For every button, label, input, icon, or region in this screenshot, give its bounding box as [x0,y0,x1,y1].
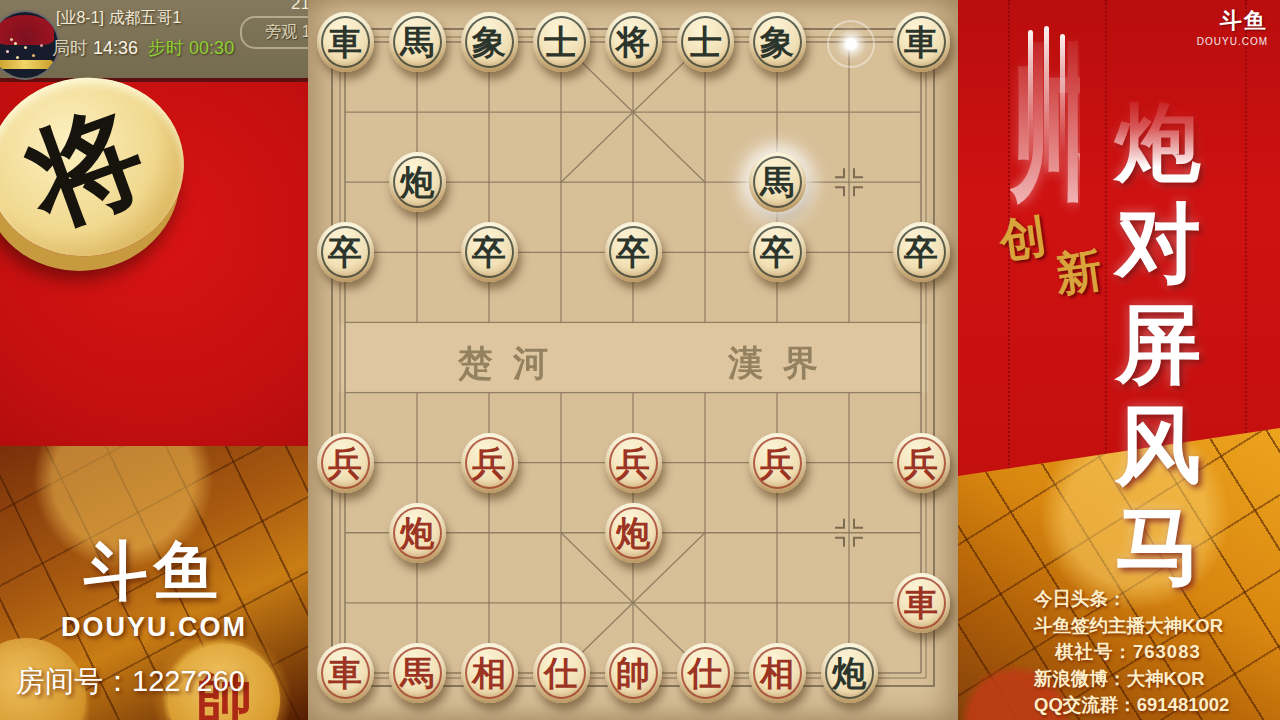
right-panel: 帅 创 新 炮 对 屏 风 马 斗鱼 DOUYU.COM 今日头条： 斗鱼签约主… [958,0,1280,720]
black-piece-車-i0[interactable]: 車 [893,12,950,72]
red-piece-車-i8[interactable]: 車 [893,573,950,633]
red-piece-炮-b7[interactable]: 炮 [389,503,446,563]
clock-line: 局时 14:36 步时 00:30 [52,36,234,60]
room-number: 房间号：1227260 [16,662,245,702]
red-piece-仕-f9[interactable]: 仕 [677,643,734,703]
black-piece-士-f0[interactable]: 士 [677,12,734,72]
red-piece-相-c9[interactable]: 相 [461,643,518,703]
black-piece-卒-g3[interactable]: 卒 [749,222,806,282]
xiangqi-board[interactable]: 楚河 漢界 車馬象士将士象車炮馬卒卒卒卒卒兵兵兵兵兵炮炮車車馬相仕帥仕相炮 [308,0,958,720]
shuai-ornament-char: 帅 [1010,14,1080,373]
river-label-right: 漢界 [728,340,838,387]
title-char: 对 [1110,193,1206,294]
red-piece-馬-b9[interactable]: 馬 [389,643,446,703]
board-grid [308,0,958,720]
game-time-label: 局时 [52,38,88,58]
title-char: 马 [1110,496,1206,597]
stream-title-vertical: 炮 对 屏 风 马 [1110,92,1206,597]
red-piece-兵-a6[interactable]: 兵 [317,433,374,493]
black-piece-将-e0[interactable]: 将 [605,12,662,72]
river-label-left: 楚河 [458,340,568,387]
general-piece-char: 将 [14,95,158,239]
info-line: 新浪微博：大神KOR [1034,666,1229,693]
black-piece-車-a0[interactable]: 車 [317,12,374,72]
douyu-brand-cn: 斗鱼 [0,528,308,615]
game-time-value: 14:36 [93,38,138,58]
left-panel: 将 帥 斗鱼 DOUYU.COM 房间号：1227260 [业8-1] 成都五哥… [0,0,308,720]
black-piece-卒-e3[interactable]: 卒 [605,222,662,282]
red-piece-兵-i6[interactable]: 兵 [893,433,950,493]
black-piece-士-d0[interactable]: 士 [533,12,590,72]
red-piece-兵-g6[interactable]: 兵 [749,433,806,493]
slogan-char-xin: 新 [1052,239,1106,307]
black-piece-馬-b0[interactable]: 馬 [389,12,446,72]
red-piece-車-a9[interactable]: 車 [317,643,374,703]
douyu-brand-en: DOUYU.COM [0,612,308,643]
red-piece-帥-e9[interactable]: 帥 [605,643,662,703]
black-piece-象-c0[interactable]: 象 [461,12,518,72]
title-char: 炮 [1110,92,1206,193]
title-char: 屏 [1110,294,1206,395]
info-line: 斗鱼签约主播大神KOR [1034,613,1229,640]
stream-frame: 将 帥 斗鱼 DOUYU.COM 房间号：1227260 [业8-1] 成都五哥… [0,0,1280,720]
black-piece-炮-b2[interactable]: 炮 [389,152,446,212]
player-name: [业8-1] 成都五哥1 [56,8,181,29]
info-line: 棋社号：763083 [1034,639,1229,666]
black-piece-象-g0[interactable]: 象 [749,12,806,72]
red-piece-兵-e6[interactable]: 兵 [605,433,662,493]
info-line: 今日头条： [1034,586,1229,613]
black-piece-炮-h9[interactable]: 炮 [821,643,878,703]
douyu-logo: 斗鱼 DOUYU.COM [1197,6,1268,47]
red-piece-兵-c6[interactable]: 兵 [461,433,518,493]
red-piece-炮-e7[interactable]: 炮 [605,503,662,563]
black-piece-卒-a3[interactable]: 卒 [317,222,374,282]
move-time-label: 步时 [148,38,184,58]
avatar-pattern [14,42,17,45]
red-piece-仕-d9[interactable]: 仕 [533,643,590,703]
black-piece-馬-g2[interactable]: 馬 [749,152,806,212]
douyu-logo-cn: 斗鱼 [1197,6,1268,36]
title-char: 风 [1110,395,1206,496]
douyu-logo-en: DOUYU.COM [1197,36,1268,47]
streamer-info-block: 今日头条： 斗鱼签约主播大神KOR 棋社号：763083 新浪微博：大神KOR … [1034,586,1229,719]
last-move-from-marker [827,20,875,68]
black-piece-卒-i3[interactable]: 卒 [893,222,950,282]
slogan-char-chuang: 创 [996,205,1050,273]
red-piece-相-g9[interactable]: 相 [749,643,806,703]
info-line: QQ交流群：691481002 [1034,692,1229,719]
black-piece-卒-c3[interactable]: 卒 [461,222,518,282]
move-time-value: 00:30 [189,38,234,58]
